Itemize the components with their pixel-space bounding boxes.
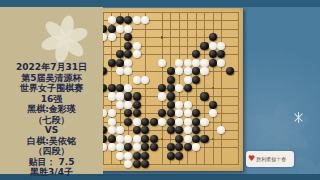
black-stone xyxy=(167,143,175,151)
versus-label: VS xyxy=(0,125,103,136)
black-player-rank: （七段） xyxy=(0,115,103,126)
white-stone xyxy=(209,42,217,50)
black-stone xyxy=(209,59,217,67)
info-panel: 2022年7月31日 第5届吴清源杯 世界女子围棋赛 16强 黑棋:金彩瑛 （七… xyxy=(0,7,103,174)
black-stone xyxy=(116,59,124,67)
black-stone xyxy=(209,101,217,109)
match-date: 2022年7月31日 xyxy=(0,62,103,73)
white-stone xyxy=(116,25,124,33)
screenshot-stage: 2022年7月31日 第5届吴清源杯 世界女子围棋赛 16强 黑棋:金彩瑛 （七… xyxy=(0,0,320,180)
match-info: 2022年7月31日 第5届吴清源杯 世界女子围棋赛 16强 黑棋:金彩瑛 （七… xyxy=(0,62,103,178)
white-stone xyxy=(175,59,183,67)
black-stone xyxy=(133,101,141,109)
black-stone xyxy=(167,92,175,100)
white-stone xyxy=(175,118,183,126)
white-stone xyxy=(184,76,192,84)
black-stone xyxy=(200,135,208,143)
white-stone xyxy=(116,92,124,100)
hoshi-point xyxy=(212,138,214,140)
heart-icon: ♥ xyxy=(248,155,255,163)
white-stone xyxy=(184,67,192,75)
black-stone xyxy=(150,118,158,126)
event-round: 16强 xyxy=(0,94,103,105)
black-stone xyxy=(150,135,158,143)
event-subtitle: 世界女子围棋赛 xyxy=(0,83,103,94)
black-stone xyxy=(133,152,141,160)
black-player: 黑棋:金彩瑛 xyxy=(0,104,103,115)
white-stone xyxy=(108,118,116,126)
white-stone xyxy=(158,59,166,67)
black-stone xyxy=(184,143,192,151)
black-stone xyxy=(167,101,175,109)
komi-label: 贴目： 7.5 xyxy=(0,157,103,168)
black-stone xyxy=(108,84,116,92)
white-player: 白棋:吴依铭 xyxy=(0,136,103,147)
black-stone xyxy=(133,92,141,100)
white-stone xyxy=(200,67,208,75)
black-stone xyxy=(108,59,116,67)
black-stone xyxy=(108,135,116,143)
black-stone xyxy=(167,118,175,126)
go-board[interactable] xyxy=(82,8,243,171)
white-stone xyxy=(108,33,116,41)
white-stone xyxy=(116,135,124,143)
black-stone xyxy=(192,76,200,84)
black-stone xyxy=(141,160,149,168)
black-stone xyxy=(108,25,116,33)
black-stone xyxy=(192,118,200,126)
white-stone xyxy=(200,59,208,67)
white-stone xyxy=(108,126,116,134)
white-stone xyxy=(108,92,116,100)
black-stone xyxy=(133,160,141,168)
white-stone xyxy=(184,126,192,134)
black-stone xyxy=(167,76,175,84)
white-stone xyxy=(133,76,141,84)
event-name: 第5届吴清源杯 xyxy=(0,73,103,84)
black-stone xyxy=(192,135,200,143)
white-stone xyxy=(192,59,200,67)
black-stone xyxy=(175,152,183,160)
black-stone xyxy=(167,67,175,75)
white-stone xyxy=(116,101,124,109)
black-stone xyxy=(150,143,158,151)
white-stone xyxy=(184,118,192,126)
white-stone xyxy=(184,101,192,109)
watermark-text: 胜利蛋挞十春 xyxy=(256,156,286,162)
black-stone xyxy=(200,92,208,100)
top-border-strip xyxy=(0,0,320,7)
black-stone xyxy=(167,152,175,160)
white-stone xyxy=(158,92,166,100)
white-stone xyxy=(116,152,124,160)
white-stone xyxy=(200,118,208,126)
black-stone xyxy=(175,135,183,143)
result-label: 黑胜3/4子 xyxy=(0,167,103,178)
white-stone xyxy=(184,59,192,67)
white-stone xyxy=(184,135,192,143)
white-stone xyxy=(133,42,141,50)
sparkle-icon xyxy=(292,112,303,123)
channel-watermark: ♥ 胜利蛋挞十春 xyxy=(246,151,294,167)
white-stone xyxy=(133,135,141,143)
white-stone xyxy=(133,118,141,126)
white-stone xyxy=(108,143,116,151)
black-stone xyxy=(167,84,175,92)
black-stone xyxy=(184,84,192,92)
white-stone xyxy=(141,76,149,84)
black-stone xyxy=(200,42,208,50)
white-stone xyxy=(124,160,132,168)
black-stone xyxy=(226,67,234,75)
white-player-rank: （四段） xyxy=(0,146,103,157)
